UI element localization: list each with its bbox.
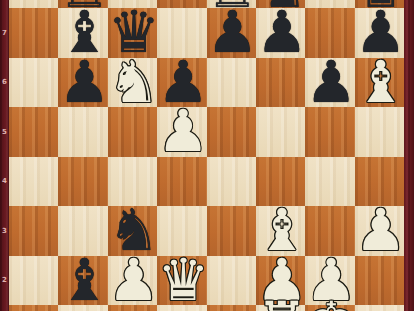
square-a2[interactable] bbox=[9, 256, 58, 306]
square-a8[interactable] bbox=[9, 0, 58, 8]
square-f1[interactable]: ♜ bbox=[256, 305, 305, 311]
piece-black-pawn[interactable]: ♟ bbox=[207, 8, 256, 58]
square-e1[interactable] bbox=[207, 305, 256, 311]
piece-white-rook[interactable]: ♜ bbox=[256, 299, 305, 311]
square-h2[interactable] bbox=[355, 256, 404, 306]
square-b4[interactable] bbox=[58, 157, 107, 207]
square-b1[interactable] bbox=[58, 305, 107, 311]
square-a7[interactable] bbox=[9, 8, 58, 58]
rank-label-4: 4 bbox=[0, 177, 9, 185]
piece-black-pawn[interactable]: ♟ bbox=[58, 58, 107, 108]
rank-label-2: 2 bbox=[0, 276, 9, 284]
square-a1[interactable] bbox=[9, 305, 58, 311]
piece-black-pawn[interactable]: ♟ bbox=[305, 58, 354, 108]
chess-board: ♜♜♞♚♝♛♟♟♟♟♞♟♟♝♟♞♝♟♝♟♛♟♟♜♚ bbox=[9, 0, 404, 311]
square-a5[interactable] bbox=[9, 107, 58, 157]
square-e2[interactable] bbox=[207, 256, 256, 306]
square-a6[interactable] bbox=[9, 58, 58, 108]
piece-white-pawn[interactable]: ♟ bbox=[355, 206, 404, 256]
piece-white-pawn[interactable]: ♟ bbox=[157, 107, 206, 157]
square-d8[interactable] bbox=[157, 0, 206, 8]
square-d4[interactable] bbox=[157, 157, 206, 207]
square-b6[interactable]: ♟ bbox=[58, 58, 107, 108]
piece-black-bishop[interactable]: ♝ bbox=[58, 256, 107, 306]
piece-black-pawn[interactable]: ♟ bbox=[256, 8, 305, 58]
square-g1[interactable]: ♚ bbox=[305, 305, 354, 311]
square-e7[interactable]: ♟ bbox=[207, 8, 256, 58]
square-g5[interactable] bbox=[305, 107, 354, 157]
square-e5[interactable] bbox=[207, 107, 256, 157]
square-e6[interactable] bbox=[207, 58, 256, 108]
square-c2[interactable]: ♟ bbox=[108, 256, 157, 306]
square-b5[interactable] bbox=[58, 107, 107, 157]
board-border-left bbox=[0, 0, 9, 311]
piece-white-bishop[interactable]: ♝ bbox=[355, 58, 404, 108]
square-g6[interactable]: ♟ bbox=[305, 58, 354, 108]
piece-white-knight[interactable]: ♞ bbox=[108, 58, 157, 108]
square-c6[interactable]: ♞ bbox=[108, 58, 157, 108]
square-h6[interactable]: ♝ bbox=[355, 58, 404, 108]
square-f6[interactable] bbox=[256, 58, 305, 108]
piece-white-king[interactable]: ♚ bbox=[305, 299, 354, 311]
square-a3[interactable] bbox=[9, 206, 58, 256]
rank-label-7: 7 bbox=[0, 29, 9, 37]
square-d2[interactable]: ♛ bbox=[157, 256, 206, 306]
square-c5[interactable] bbox=[108, 107, 157, 157]
square-c1[interactable] bbox=[108, 305, 157, 311]
square-d1[interactable] bbox=[157, 305, 206, 311]
square-g8[interactable] bbox=[305, 0, 354, 8]
square-h3[interactable]: ♟ bbox=[355, 206, 404, 256]
square-d5[interactable]: ♟ bbox=[157, 107, 206, 157]
square-h1[interactable] bbox=[355, 305, 404, 311]
rank-label-3: 3 bbox=[0, 227, 9, 235]
piece-white-pawn[interactable]: ♟ bbox=[108, 256, 157, 306]
square-g4[interactable] bbox=[305, 157, 354, 207]
square-e3[interactable] bbox=[207, 206, 256, 256]
square-a4[interactable] bbox=[9, 157, 58, 207]
square-b2[interactable]: ♝ bbox=[58, 256, 107, 306]
square-f5[interactable] bbox=[256, 107, 305, 157]
square-f7[interactable]: ♟ bbox=[256, 8, 305, 58]
piece-white-queen[interactable]: ♛ bbox=[157, 256, 206, 306]
rank-label-5: 5 bbox=[0, 128, 9, 136]
square-e4[interactable] bbox=[207, 157, 256, 207]
square-h5[interactable] bbox=[355, 107, 404, 157]
board-frame: ♜♜♞♚♝♛♟♟♟♟♞♟♟♝♟♞♝♟♝♟♛♟♟♜♚ 765432 bbox=[0, 0, 414, 311]
rank-label-6: 6 bbox=[0, 78, 9, 86]
